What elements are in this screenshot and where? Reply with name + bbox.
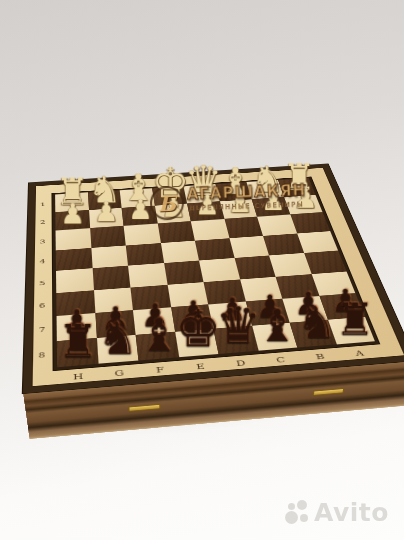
file-label-f: F [139,362,181,378]
square-h5 [56,268,93,293]
square-h6 [56,290,95,316]
chess-box: 12345678 HGFEDCBA ♜♞♝♚♛♝♞♜♟♟♟♟♟♟♟♟♟♟♟♟♟♟… [23,164,404,393]
brass-hinge-icon [313,388,344,396]
square-g5 [92,266,130,290]
rank-label-1: 1 [35,195,51,214]
square-g8: ♞ [96,335,138,364]
square-e7: ♟ [171,304,214,331]
rank-label-3: 3 [34,231,51,252]
square-e6 [167,282,208,307]
rank-label-7: 7 [32,317,51,343]
square-f5 [128,263,167,287]
file-label-e: E [179,358,222,374]
file-label-h: H [57,368,99,385]
square-b6 [275,274,319,299]
product-photo: 12345678 HGFEDCBA ♜♞♝♚♛♝♞♜♟♟♟♟♟♟♟♟♟♟♟♟♟♟… [0,0,404,540]
square-f7: ♟ [133,307,175,334]
square-g7: ♟ [95,310,136,337]
square-d7: ♟ [208,302,251,329]
rank-label-5: 5 [33,272,51,295]
chess-box-space: 12345678 HGFEDCBA ♜♞♝♚♛♝♞♜♟♟♟♟♟♟♟♟♟♟♟♟♟♟… [28,90,370,432]
square-e5 [164,261,204,285]
rank-labels: 12345678 [32,195,52,370]
square-c8: ♝ [252,322,298,350]
file-label-d: D [219,355,262,371]
file-label-b: B [298,349,342,365]
square-f6 [130,285,170,311]
brass-hinge-icon [128,404,160,412]
square-f8: ♝ [136,331,179,360]
square-d5 [199,258,240,282]
square-d8: ♛ [213,325,258,354]
square-h7: ♟ [57,313,97,341]
rank-label-4: 4 [34,251,51,273]
square-g6 [93,287,132,313]
rank-label-6: 6 [33,294,51,319]
square-h8: ♜ [57,338,98,367]
square-c7: ♟ [245,299,289,326]
square-d6 [203,279,245,304]
rank-label-2: 2 [34,213,50,233]
file-label-a: A [338,345,382,361]
file-label-g: G [98,365,140,382]
rank-label-8: 8 [32,342,52,370]
square-e8: ♚ [175,328,219,357]
file-label-c: C [259,352,302,368]
